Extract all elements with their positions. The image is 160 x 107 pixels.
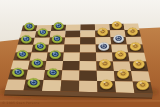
cap-highlight	[56, 24, 58, 25]
cap-highlight	[116, 36, 118, 37]
checker-piece[interactable]	[38, 29, 49, 38]
board-square[interactable]	[63, 53, 80, 62]
checker-piece[interactable]	[127, 28, 138, 37]
checker-piece[interactable]	[31, 59, 43, 69]
board-square[interactable]	[61, 80, 80, 92]
cap-highlight	[52, 52, 54, 53]
checker-piece[interactable]	[24, 23, 34, 32]
board-square[interactable]	[79, 81, 98, 93]
checker-piece[interactable]	[130, 42, 141, 51]
board-square[interactable]	[80, 37, 96, 44]
board-square[interactable]	[66, 25, 81, 31]
cap-highlight	[38, 44, 40, 45]
board-square[interactable]	[80, 31, 95, 38]
checker-piece[interactable]	[133, 60, 145, 70]
cap-highlight	[31, 80, 34, 81]
cap-highlight	[24, 37, 26, 38]
cap-highlight	[15, 70, 18, 71]
board-square[interactable]	[62, 61, 79, 71]
cap-highlight	[130, 29, 132, 30]
board-square[interactable]	[64, 45, 80, 53]
cap-highlight	[136, 62, 138, 63]
checker-piece[interactable]	[47, 68, 59, 78]
board-square[interactable]	[42, 80, 61, 91]
checker-piece[interactable]	[112, 21, 122, 30]
checker-piece[interactable]	[52, 35, 63, 44]
cap-highlight	[40, 30, 42, 31]
cap-highlight	[120, 71, 123, 72]
checker-piece[interactable]	[49, 50, 61, 60]
board-square[interactable]	[79, 71, 97, 82]
board-square[interactable]	[80, 61, 97, 71]
checker-piece[interactable]	[98, 42, 109, 51]
checker-piece[interactable]	[97, 28, 108, 37]
cap-highlight	[140, 82, 143, 83]
checker-piece[interactable]	[27, 78, 40, 89]
board-square[interactable]	[80, 53, 97, 62]
board-square[interactable]	[115, 81, 135, 93]
board-square[interactable]	[65, 31, 80, 38]
cap-highlight	[118, 52, 120, 53]
checkers-photo: © 2005 Sean Persons	[0, 0, 160, 107]
watermark-text: © 2005 Sean Persons	[2, 101, 40, 105]
cap-highlight	[103, 82, 106, 83]
cap-highlight	[27, 24, 29, 25]
board-square[interactable]	[61, 70, 79, 80]
board-square[interactable]	[5, 79, 26, 90]
cap-highlight	[101, 44, 103, 45]
checker-piece[interactable]	[53, 22, 63, 31]
checker-piece[interactable]	[117, 70, 129, 80]
checker-piece[interactable]	[115, 51, 127, 61]
checker-piece[interactable]	[113, 35, 124, 44]
cap-highlight	[54, 37, 56, 38]
checker-piece[interactable]	[35, 42, 46, 51]
checker-piece[interactable]	[21, 35, 32, 44]
photo-stage: © 2005 Sean Persons	[0, 0, 160, 107]
cap-highlight	[50, 70, 53, 71]
board-square[interactable]	[80, 24, 95, 30]
cap-highlight	[102, 61, 104, 62]
checker-piece[interactable]	[100, 80, 113, 91]
board-square[interactable]	[97, 71, 115, 82]
board-square[interactable]	[131, 71, 150, 82]
cap-highlight	[100, 29, 102, 30]
board-square[interactable]	[80, 45, 96, 53]
checker-piece[interactable]	[12, 68, 24, 78]
cap-highlight	[20, 52, 22, 53]
cap-highlight	[133, 44, 135, 45]
checker-piece[interactable]	[99, 60, 111, 70]
cap-highlight	[34, 61, 36, 62]
cap-highlight	[114, 23, 116, 24]
board-square[interactable]	[64, 37, 80, 44]
checker-piece[interactable]	[17, 50, 29, 60]
checker-piece[interactable]	[136, 81, 149, 92]
